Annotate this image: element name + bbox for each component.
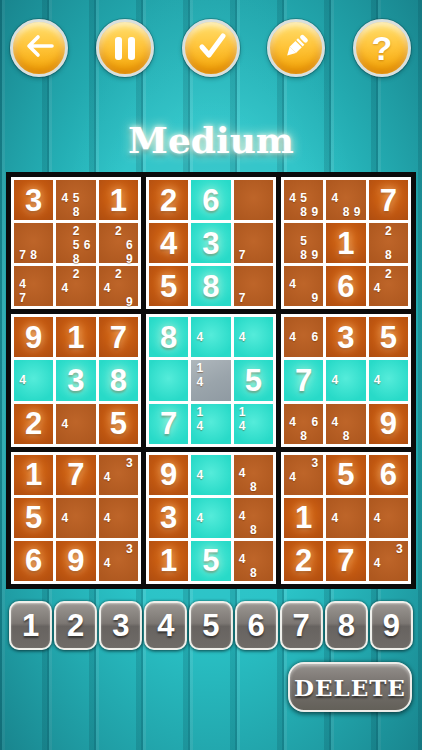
note-6: 6 xyxy=(124,238,135,252)
pencil-marks: 48 xyxy=(237,456,270,494)
note-4: 4 xyxy=(194,375,205,389)
cell-value: 1 xyxy=(160,545,177,576)
cell-r2c7[interactable]: 589 xyxy=(284,223,323,263)
cell-value: 1 xyxy=(110,185,127,216)
cell-value: 4 xyxy=(160,228,177,259)
note-5: 5 xyxy=(298,234,309,248)
pencil-marks: 48 xyxy=(237,542,270,580)
note-2: 2 xyxy=(70,224,81,238)
cell-r5c6[interactable]: 5 xyxy=(234,360,273,400)
sudoku-board: 3458178256826947242492643758745894897589… xyxy=(6,172,416,589)
box-7: 17345446934 xyxy=(11,452,141,584)
cell-r8c3[interactable]: 4 xyxy=(99,498,138,538)
numpad-key-2[interactable]: 2 xyxy=(54,601,97,650)
cell-value: 9 xyxy=(380,408,397,439)
cell-value: 8 xyxy=(110,365,127,396)
pencil-marks: 7 xyxy=(237,224,270,262)
numpad-key-6[interactable]: 6 xyxy=(235,601,278,650)
note-4: 4 xyxy=(287,330,298,344)
cell-r4c7[interactable]: 46 xyxy=(284,317,323,357)
cell-r8c9[interactable]: 4 xyxy=(369,498,408,538)
pencil-marks: 7 xyxy=(237,267,270,305)
cell-r1c8[interactable]: 489 xyxy=(326,180,365,220)
pencil-marks: 14 xyxy=(237,405,270,443)
cell-r6c6[interactable]: 14 xyxy=(234,404,273,444)
box-5: 84414571414 xyxy=(146,314,276,446)
pencil-marks: 2568 xyxy=(59,224,92,262)
pencil-marks: 458 xyxy=(59,181,92,219)
cell-value: 6 xyxy=(25,545,42,576)
cell-r2c8[interactable]: 1 xyxy=(326,223,365,263)
cell-value: 1 xyxy=(337,228,354,259)
cell-r3c6[interactable]: 7 xyxy=(234,266,273,306)
cell-r4c8[interactable]: 3 xyxy=(326,317,365,357)
numpad-key-8[interactable]: 8 xyxy=(325,601,368,650)
note-2: 2 xyxy=(70,267,81,281)
pause-button[interactable] xyxy=(96,19,154,77)
cell-r5c5[interactable]: 14 xyxy=(191,360,230,400)
cell-value: 3 xyxy=(25,185,42,216)
sudoku-app-screen: ? Medium 3458178256826947242492643758745… xyxy=(0,0,422,750)
cell-value: 5 xyxy=(160,271,177,302)
pencil-marks: 28 xyxy=(372,224,405,262)
note-9: 9 xyxy=(309,205,320,219)
note-4: 4 xyxy=(59,511,70,525)
cell-r7c1[interactable]: 1 xyxy=(14,455,53,495)
number-pad: 123456789 xyxy=(9,601,413,650)
cell-r8c2[interactable]: 4 xyxy=(56,498,95,538)
note-9: 9 xyxy=(352,205,363,219)
note-7: 7 xyxy=(17,291,28,305)
note-1: 1 xyxy=(194,361,205,375)
cell-r9c6[interactable]: 48 xyxy=(234,541,273,581)
cell-r6c1[interactable]: 2 xyxy=(14,404,53,444)
box-6: 4635744468489 xyxy=(281,314,411,446)
cell-value: 6 xyxy=(202,185,219,216)
cell-value: 5 xyxy=(245,365,262,396)
pencil-marks: 4 xyxy=(194,318,227,356)
cell-r4c5[interactable]: 4 xyxy=(191,317,230,357)
cell-r1c4[interactable]: 2 xyxy=(149,180,188,220)
pause-icon xyxy=(115,37,135,60)
cell-r8c8[interactable]: 4 xyxy=(326,498,365,538)
pencil-marks: 4 xyxy=(59,405,92,443)
cell-r4c2[interactable]: 1 xyxy=(56,317,95,357)
pencil-marks: 46 xyxy=(287,318,320,356)
note-3: 3 xyxy=(124,456,135,470)
note-4: 4 xyxy=(102,281,113,295)
note-8: 8 xyxy=(248,566,259,580)
cell-value: 9 xyxy=(25,322,42,353)
note-8: 8 xyxy=(248,480,259,494)
numpad-key-7[interactable]: 7 xyxy=(280,601,323,650)
cell-r7c8[interactable]: 5 xyxy=(326,455,365,495)
cell-value: 5 xyxy=(337,459,354,490)
cell-r9c2[interactable]: 9 xyxy=(56,541,95,581)
cell-r1c5[interactable]: 6 xyxy=(191,180,230,220)
pencil-marks: 4 xyxy=(59,499,92,537)
pencil-marks: 24 xyxy=(59,267,92,305)
cell-value: 5 xyxy=(380,322,397,353)
cell-r9c7[interactable]: 2 xyxy=(284,541,323,581)
cell-r6c2[interactable]: 4 xyxy=(56,404,95,444)
cell-r5c9[interactable]: 4 xyxy=(369,360,408,400)
note-8: 8 xyxy=(340,429,351,443)
cell-r3c7[interactable]: 49 xyxy=(284,266,323,306)
cell-r3c2[interactable]: 24 xyxy=(56,266,95,306)
cell-r9c9[interactable]: 34 xyxy=(369,541,408,581)
note-9: 9 xyxy=(309,248,320,262)
note-3: 3 xyxy=(394,542,405,556)
cell-value: 2 xyxy=(25,408,42,439)
cell-r2c5[interactable]: 3 xyxy=(191,223,230,263)
note-8: 8 xyxy=(383,248,394,262)
note-4: 4 xyxy=(372,281,383,295)
pencil-marks: 34 xyxy=(102,456,135,494)
pencil-marks: 34 xyxy=(287,456,320,494)
cell-r8c7[interactable]: 1 xyxy=(284,498,323,538)
pencil-button[interactable] xyxy=(267,19,325,77)
box-3: 4589489758912849624 xyxy=(281,177,411,309)
note-4: 4 xyxy=(194,468,205,482)
numpad-key-9[interactable]: 9 xyxy=(370,601,413,650)
note-2: 2 xyxy=(383,267,394,281)
cell-value: 6 xyxy=(337,271,354,302)
pencil-marks: 34 xyxy=(372,542,405,580)
pencil-marks: 4 xyxy=(372,361,405,399)
note-4: 4 xyxy=(372,556,383,570)
back-button[interactable] xyxy=(10,19,68,77)
cell-r6c4[interactable]: 7 xyxy=(149,404,188,444)
note-5: 5 xyxy=(70,191,81,205)
note-5: 5 xyxy=(70,238,81,252)
cell-value: 1 xyxy=(25,459,42,490)
pencil-marks: 468 xyxy=(287,405,320,443)
cell-r5c4[interactable] xyxy=(149,360,188,400)
back-arrow-icon xyxy=(23,33,55,63)
note-3: 3 xyxy=(309,456,320,470)
cell-r5c2[interactable]: 3 xyxy=(56,360,95,400)
cell-r3c4[interactable]: 5 xyxy=(149,266,188,306)
cell-r8c6[interactable]: 48 xyxy=(234,498,273,538)
pencil-marks: 4 xyxy=(194,499,227,537)
note-6: 6 xyxy=(309,330,320,344)
cell-r2c6[interactable]: 7 xyxy=(234,223,273,263)
cell-r7c5[interactable]: 4 xyxy=(191,455,230,495)
pencil-marks: 24 xyxy=(372,267,405,305)
note-9: 9 xyxy=(309,291,320,305)
note-4: 4 xyxy=(59,281,70,295)
note-4: 4 xyxy=(287,277,298,291)
box-2: 26437587 xyxy=(146,177,276,309)
pencil-icon xyxy=(280,30,312,66)
cell-r9c1[interactable]: 6 xyxy=(14,541,53,581)
cell-value: 3 xyxy=(202,228,219,259)
note-4: 4 xyxy=(17,277,28,291)
cell-r7c3[interactable]: 34 xyxy=(99,455,138,495)
note-9: 9 xyxy=(124,295,135,309)
pencil-marks: 4 xyxy=(329,361,362,399)
cell-value: 8 xyxy=(202,271,219,302)
note-4: 4 xyxy=(372,373,383,387)
note-4: 4 xyxy=(237,509,248,523)
help-button[interactable]: ? xyxy=(353,19,411,77)
cell-value: 5 xyxy=(202,545,219,576)
cell-value: 9 xyxy=(67,545,84,576)
box-9: 34561442734 xyxy=(281,452,411,584)
pencil-marks: 14 xyxy=(194,405,227,443)
cell-r3c1[interactable]: 47 xyxy=(14,266,53,306)
cell-r5c7[interactable]: 7 xyxy=(284,360,323,400)
cell-r3c5[interactable]: 8 xyxy=(191,266,230,306)
note-1: 1 xyxy=(194,405,205,419)
numpad-key-3[interactable]: 3 xyxy=(99,601,142,650)
cell-r6c5[interactable]: 14 xyxy=(191,404,230,444)
check-button[interactable] xyxy=(182,19,240,77)
note-5: 5 xyxy=(298,191,309,205)
cell-r4c9[interactable]: 5 xyxy=(369,317,408,357)
note-8: 8 xyxy=(70,252,81,266)
pencil-marks: 4 xyxy=(194,456,227,494)
note-4: 4 xyxy=(329,511,340,525)
cell-value: 3 xyxy=(67,365,84,396)
pencil-marks: 4589 xyxy=(287,181,320,219)
cell-r1c9[interactable]: 7 xyxy=(369,180,408,220)
cell-r7c2[interactable]: 7 xyxy=(56,455,95,495)
cell-r7c9[interactable]: 6 xyxy=(369,455,408,495)
cell-r3c8[interactable]: 6 xyxy=(326,266,365,306)
cell-r1c6[interactable] xyxy=(234,180,273,220)
cell-r6c8[interactable]: 48 xyxy=(326,404,365,444)
note-9: 9 xyxy=(124,252,135,266)
cell-r4c1[interactable]: 9 xyxy=(14,317,53,357)
cell-r3c9[interactable]: 24 xyxy=(369,266,408,306)
cell-r4c6[interactable]: 4 xyxy=(234,317,273,357)
numpad-key-1[interactable]: 1 xyxy=(9,601,52,650)
cell-r9c8[interactable]: 7 xyxy=(326,541,365,581)
note-4: 4 xyxy=(287,415,298,429)
pencil-marks: 14 xyxy=(194,361,227,399)
cell-value: 3 xyxy=(160,502,177,533)
cell-value: 5 xyxy=(25,502,42,533)
note-4: 4 xyxy=(102,556,113,570)
cell-r9c3[interactable]: 34 xyxy=(99,541,138,581)
numpad-key-5[interactable]: 5 xyxy=(189,601,232,650)
cell-r6c7[interactable]: 468 xyxy=(284,404,323,444)
note-4: 4 xyxy=(17,373,28,387)
pencil-marks: 34 xyxy=(102,542,135,580)
pencil-marks: 4 xyxy=(372,499,405,537)
cell-r2c9[interactable]: 28 xyxy=(369,223,408,263)
pencil-marks: 589 xyxy=(287,224,320,262)
cell-r5c3[interactable]: 8 xyxy=(99,360,138,400)
note-4: 4 xyxy=(194,330,205,344)
note-8: 8 xyxy=(28,248,39,262)
note-7: 7 xyxy=(237,248,248,262)
check-icon xyxy=(195,32,227,64)
pencil-marks: 4 xyxy=(329,499,362,537)
cell-value: 8 xyxy=(160,322,177,353)
cell-value: 1 xyxy=(67,322,84,353)
cell-r5c8[interactable]: 4 xyxy=(326,360,365,400)
pencil-marks: 489 xyxy=(329,181,362,219)
cell-r1c2[interactable]: 458 xyxy=(56,180,95,220)
note-8: 8 xyxy=(298,429,309,443)
note-8: 8 xyxy=(340,205,351,219)
box-1: 345817825682694724249 xyxy=(11,177,141,309)
cell-value: 7 xyxy=(160,408,177,439)
pencil-marks: 269 xyxy=(102,224,135,262)
pencil-marks: 47 xyxy=(17,267,50,305)
cell-r7c7[interactable]: 34 xyxy=(284,455,323,495)
cell-value: 7 xyxy=(67,459,84,490)
note-4: 4 xyxy=(194,511,205,525)
pencil-marks: 4 xyxy=(17,361,50,399)
cell-r4c4[interactable]: 8 xyxy=(149,317,188,357)
cell-r7c4[interactable]: 9 xyxy=(149,455,188,495)
cell-value: 3 xyxy=(337,322,354,353)
cell-r7c6[interactable]: 48 xyxy=(234,455,273,495)
cell-r9c4[interactable]: 1 xyxy=(149,541,188,581)
cell-r8c1[interactable]: 5 xyxy=(14,498,53,538)
cell-value: 7 xyxy=(110,322,127,353)
note-4: 4 xyxy=(372,511,383,525)
note-4: 4 xyxy=(59,417,70,431)
note-4: 4 xyxy=(287,191,298,205)
box-4: 917438245 xyxy=(11,314,141,446)
note-2: 2 xyxy=(383,224,394,238)
pencil-marks: 4 xyxy=(102,499,135,537)
note-4: 4 xyxy=(237,552,248,566)
cell-r1c3[interactable]: 1 xyxy=(99,180,138,220)
question-icon: ? xyxy=(372,29,393,68)
cell-r5c1[interactable]: 4 xyxy=(14,360,53,400)
cell-r2c4[interactable]: 4 xyxy=(149,223,188,263)
note-8: 8 xyxy=(298,248,309,262)
note-6: 6 xyxy=(309,415,320,429)
pencil-marks: 78 xyxy=(17,224,50,262)
note-4: 4 xyxy=(237,466,248,480)
note-4: 4 xyxy=(194,419,205,433)
note-4: 4 xyxy=(287,470,298,484)
cell-value: 9 xyxy=(160,459,177,490)
note-8: 8 xyxy=(70,205,81,219)
note-4: 4 xyxy=(59,191,70,205)
cell-r1c1[interactable]: 3 xyxy=(14,180,53,220)
cell-r9c5[interactable]: 5 xyxy=(191,541,230,581)
cell-r2c3[interactable]: 269 xyxy=(99,223,138,263)
note-4: 4 xyxy=(329,373,340,387)
toolbar: ? xyxy=(10,19,411,77)
note-4: 4 xyxy=(102,470,113,484)
cell-r4c3[interactable]: 7 xyxy=(99,317,138,357)
cell-value: 1 xyxy=(295,502,312,533)
note-7: 7 xyxy=(237,291,248,305)
note-4: 4 xyxy=(329,415,340,429)
cell-r8c5[interactable]: 4 xyxy=(191,498,230,538)
pencil-marks: 48 xyxy=(329,405,362,443)
pencil-marks: 4 xyxy=(237,318,270,356)
cell-value: 2 xyxy=(160,185,177,216)
cell-value: 7 xyxy=(295,365,312,396)
cell-value: 6 xyxy=(380,459,397,490)
note-3: 3 xyxy=(124,542,135,556)
note-4: 4 xyxy=(237,419,248,433)
difficulty-title: Medium xyxy=(0,119,422,161)
cell-value: 5 xyxy=(110,408,127,439)
note-7: 7 xyxy=(17,248,28,262)
cell-r8c4[interactable]: 3 xyxy=(149,498,188,538)
cell-r6c9[interactable]: 9 xyxy=(369,404,408,444)
note-8: 8 xyxy=(298,205,309,219)
note-2: 2 xyxy=(113,224,124,238)
note-4: 4 xyxy=(237,330,248,344)
note-4: 4 xyxy=(329,191,340,205)
cell-r6c3[interactable]: 5 xyxy=(99,404,138,444)
note-6: 6 xyxy=(82,238,93,252)
numpad-key-4[interactable]: 4 xyxy=(144,601,187,650)
box-8: 944834481548 xyxy=(146,452,276,584)
cell-value: 7 xyxy=(380,185,397,216)
cell-r2c1[interactable]: 78 xyxy=(14,223,53,263)
pencil-marks: 48 xyxy=(237,499,270,537)
delete-button[interactable]: DELETE xyxy=(288,662,412,712)
note-1: 1 xyxy=(237,405,248,419)
pencil-marks: 249 xyxy=(102,267,135,305)
cell-value: 2 xyxy=(295,545,312,576)
note-2: 2 xyxy=(113,267,124,281)
cell-r2c2[interactable]: 2568 xyxy=(56,223,95,263)
cell-value: 7 xyxy=(337,545,354,576)
cell-r3c3[interactable]: 249 xyxy=(99,266,138,306)
pencil-marks: 49 xyxy=(287,267,320,305)
note-8: 8 xyxy=(248,523,259,537)
note-4: 4 xyxy=(102,511,113,525)
cell-r1c7[interactable]: 4589 xyxy=(284,180,323,220)
